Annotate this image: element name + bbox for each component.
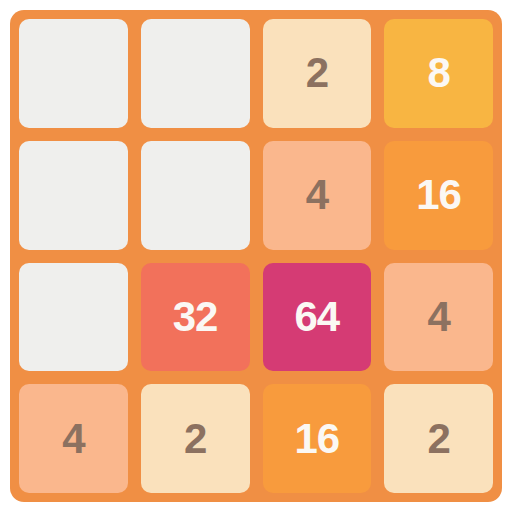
tile-64-r3c3: 64: [263, 263, 372, 372]
tile-16-r4c3: 16: [263, 384, 372, 493]
tile-16-r2c4: 16: [384, 141, 493, 250]
tile-4-r2c3: 4: [263, 141, 372, 250]
tile-2-r1c3: 2: [263, 19, 372, 128]
page: 284163264442162: [0, 0, 512, 512]
tile-8-r1c4: 8: [384, 19, 493, 128]
empty-cell-r3c1: [19, 263, 128, 372]
tile-4-r3c4: 4: [384, 263, 493, 372]
empty-cell-r1c1: [19, 19, 128, 128]
tile-4-r4c1: 4: [19, 384, 128, 493]
empty-cell-r2c2: [141, 141, 250, 250]
tile-32-r3c2: 32: [141, 263, 250, 372]
empty-cell-r2c1: [19, 141, 128, 250]
board-2048[interactable]: 284163264442162: [10, 10, 502, 502]
tile-2-r4c2: 2: [141, 384, 250, 493]
tile-2-r4c4: 2: [384, 384, 493, 493]
empty-cell-r1c2: [141, 19, 250, 128]
